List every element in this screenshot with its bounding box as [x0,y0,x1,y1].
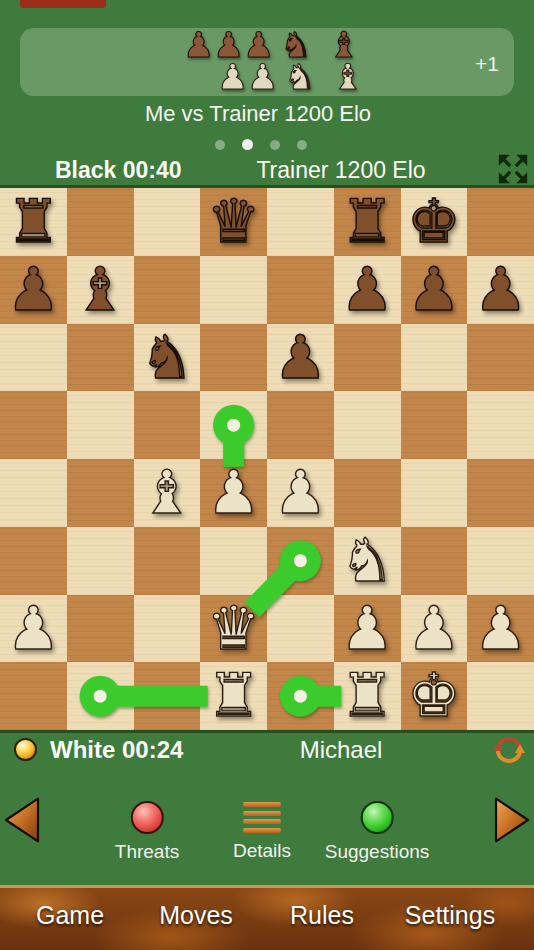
square-b8[interactable] [67,188,134,256]
piece-white-bishop[interactable]: ♝ [134,459,201,525]
piece-white-rook[interactable]: ♜ [200,662,267,728]
details-button[interactable]: Details [233,798,291,862]
black-clock: Black 00:40 [55,157,182,184]
square-c5[interactable] [134,391,201,459]
details-label: Details [233,840,291,862]
left-triangle-icon [2,796,42,844]
square-g8[interactable]: ♚ [401,188,468,256]
piece-white-rook[interactable]: ♜ [334,662,401,728]
square-g2[interactable]: ♟ [401,595,468,663]
square-f8[interactable]: ♜ [334,188,401,256]
toolbar-game-button[interactable]: Game [36,901,104,930]
captured-white-pawn: ♟ [217,57,247,97]
square-d8[interactable]: ♛ [200,188,267,256]
captured-black-pawn: ♟ [183,25,213,65]
flip-board-button[interactable] [493,735,525,765]
recording-indicator [20,0,106,8]
square-e8[interactable] [267,188,334,256]
page-dot-3[interactable] [270,140,280,150]
square-a1[interactable] [0,662,67,730]
square-d4[interactable]: ♟ [200,459,267,527]
suggestions-button[interactable]: Suggestions [325,798,430,863]
piece-black-pawn[interactable]: ♟ [401,256,468,322]
square-d1[interactable]: ♜ [200,662,267,730]
square-c1[interactable] [134,662,201,730]
piece-white-pawn[interactable]: ♟ [401,595,468,661]
threats-label: Threats [115,841,179,863]
square-h8[interactable] [467,188,534,256]
square-f5[interactable] [334,391,401,459]
white-clock: White 00:24 [50,736,183,764]
right-triangle-icon [492,796,532,844]
captured-pieces-tray: ♟♟♟♞♝ ♟♟♞♝ +1 [20,28,514,96]
piece-white-pawn[interactable]: ♟ [334,595,401,661]
square-h5[interactable] [467,391,534,459]
piece-white-king[interactable]: ♚ [401,662,468,728]
piece-black-rook[interactable]: ♜ [334,188,401,254]
previous-move-button[interactable] [2,796,42,844]
piece-black-pawn[interactable]: ♟ [334,256,401,322]
square-b3[interactable] [67,527,134,595]
toolbar-settings-button[interactable]: Settings [405,901,495,930]
square-g6[interactable] [401,324,468,392]
page-dots[interactable] [215,139,307,150]
piece-white-pawn[interactable]: ♟ [467,595,534,661]
suggestions-label: Suggestions [325,841,430,863]
square-b7[interactable]: ♝ [67,256,134,324]
square-c7[interactable] [134,256,201,324]
square-g1[interactable]: ♚ [401,662,468,730]
toolbar-moves-button[interactable]: Moves [159,901,233,930]
square-b1[interactable] [67,662,134,730]
square-e4[interactable]: ♟ [267,459,334,527]
material-advantage: +1 [475,52,499,76]
square-h7[interactable]: ♟ [467,256,534,324]
piece-black-king[interactable]: ♚ [401,188,468,254]
square-d5[interactable] [200,391,267,459]
square-c3[interactable] [134,527,201,595]
square-b4[interactable] [67,459,134,527]
square-f1[interactable]: ♜ [334,662,401,730]
rotate-arrows-icon [493,735,525,765]
page-dot-1[interactable] [215,140,225,150]
square-f2[interactable]: ♟ [334,595,401,663]
piece-white-pawn[interactable]: ♟ [0,595,67,661]
square-f7[interactable]: ♟ [334,256,401,324]
fullscreen-icon [496,152,530,186]
square-d6[interactable] [200,324,267,392]
square-a4[interactable] [0,459,67,527]
square-g7[interactable]: ♟ [401,256,468,324]
bottom-toolbar: GameMovesRulesSettings [0,885,534,950]
square-d7[interactable] [200,256,267,324]
square-e1[interactable] [267,662,334,730]
piece-black-pawn[interactable]: ♟ [0,256,67,322]
piece-black-bishop[interactable]: ♝ [67,256,134,322]
square-c4[interactable]: ♝ [134,459,201,527]
piece-white-pawn[interactable]: ♟ [200,459,267,525]
square-e5[interactable] [267,391,334,459]
square-d3[interactable] [200,527,267,595]
square-c2[interactable] [134,595,201,663]
piece-black-pawn[interactable]: ♟ [467,256,534,322]
page-dot-4[interactable] [297,140,307,150]
toolbar-rules-button[interactable]: Rules [290,901,354,930]
square-c6[interactable]: ♞ [134,324,201,392]
square-b2[interactable] [67,595,134,663]
square-h3[interactable] [467,527,534,595]
square-d2[interactable]: ♛ [200,595,267,663]
captured-white-pawn: ♟ [247,57,277,97]
piece-white-knight[interactable]: ♞ [334,527,401,593]
game-title: Me vs Trainer 1200 Elo [145,101,371,127]
white-turn-indicator [14,738,37,761]
menu-bars-icon [243,802,281,833]
square-b5[interactable] [67,391,134,459]
square-g5[interactable] [401,391,468,459]
square-a2[interactable]: ♟ [0,595,67,663]
square-b6[interactable] [67,324,134,392]
square-e3[interactable] [267,527,334,595]
square-g4[interactable] [401,459,468,527]
black-player-name: Trainer 1200 Elo [256,157,425,184]
piece-white-queen[interactable]: ♛ [200,595,267,661]
threats-button[interactable]: Threats [115,798,179,863]
piece-black-rook[interactable]: ♜ [0,188,67,254]
square-h4[interactable] [467,459,534,527]
piece-black-pawn[interactable]: ♟ [267,324,334,390]
fullscreen-button[interactable] [496,152,530,186]
page-dot-2[interactable] [242,139,253,150]
square-c8[interactable] [134,188,201,256]
captured-white-row: ♟♟♞♝ [217,55,373,97]
piece-black-knight[interactable]: ♞ [134,324,201,390]
square-f6[interactable] [334,324,401,392]
square-a5[interactable] [0,391,67,459]
square-g3[interactable] [401,527,468,595]
threats-red-ball-icon [130,801,163,834]
square-a7[interactable]: ♟ [0,256,67,324]
square-f3[interactable]: ♞ [334,527,401,595]
white-player-name: Michael [300,736,383,764]
captured-white-bishop: ♝ [323,57,373,97]
piece-black-queen[interactable]: ♛ [200,188,267,254]
square-e7[interactable] [267,256,334,324]
suggestions-green-ball-icon [360,801,393,834]
next-move-button[interactable] [492,796,532,844]
square-h1[interactable] [467,662,534,730]
square-e6[interactable]: ♟ [267,324,334,392]
square-a8[interactable]: ♜ [0,188,67,256]
square-a3[interactable] [0,527,67,595]
square-h2[interactable]: ♟ [467,595,534,663]
chess-board[interactable]: ♜♛♜♚♟♝♟♟♟♞♟♝♟♟♞♟♛♟♟♟♜♜♚ [0,185,534,733]
captured-white-knight: ♞ [277,57,323,97]
square-h6[interactable] [467,324,534,392]
square-a6[interactable] [0,324,67,392]
piece-white-pawn[interactable]: ♟ [267,459,334,525]
square-f4[interactable] [334,459,401,527]
square-e2[interactable] [267,595,334,663]
